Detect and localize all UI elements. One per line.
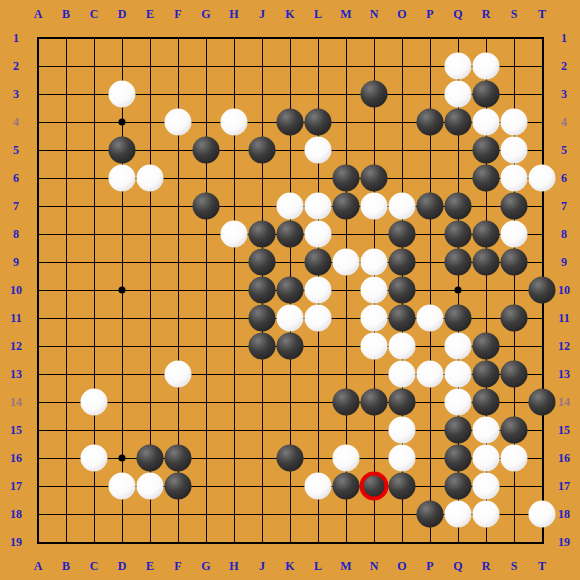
coord-label-T: T bbox=[538, 8, 546, 20]
coord-label-9: 9 bbox=[561, 256, 567, 268]
white-stone-Q3[interactable] bbox=[445, 81, 472, 108]
coord-label-S: S bbox=[511, 8, 518, 20]
white-stone-E17[interactable] bbox=[137, 473, 164, 500]
coord-label-15: 15 bbox=[10, 424, 22, 436]
white-stone-D17[interactable] bbox=[109, 473, 136, 500]
coord-label-F: F bbox=[174, 560, 181, 572]
black-stone-K8[interactable] bbox=[277, 221, 304, 248]
black-stone-Q11[interactable] bbox=[445, 305, 472, 332]
black-stone-S11[interactable] bbox=[501, 305, 528, 332]
last-move-marker bbox=[360, 472, 389, 501]
white-stone-O16[interactable] bbox=[389, 445, 416, 472]
white-stone-F4[interactable] bbox=[165, 109, 192, 136]
white-stone-R16[interactable] bbox=[473, 445, 500, 472]
white-stone-S16[interactable] bbox=[501, 445, 528, 472]
white-stone-R18[interactable] bbox=[473, 501, 500, 528]
white-stone-L11[interactable] bbox=[305, 305, 332, 332]
coord-label-N: N bbox=[370, 8, 379, 20]
coord-label-10: 10 bbox=[558, 284, 570, 296]
black-stone-P18[interactable] bbox=[417, 501, 444, 528]
black-stone-S15[interactable] bbox=[501, 417, 528, 444]
white-stone-N12[interactable] bbox=[361, 333, 388, 360]
coord-label-1: 1 bbox=[561, 32, 567, 44]
black-stone-K4[interactable] bbox=[277, 109, 304, 136]
white-stone-C16[interactable] bbox=[81, 445, 108, 472]
black-stone-Q9[interactable] bbox=[445, 249, 472, 276]
black-stone-P7[interactable] bbox=[417, 193, 444, 220]
black-stone-Q16[interactable] bbox=[445, 445, 472, 472]
star-point-D10 bbox=[119, 287, 126, 294]
white-stone-T6[interactable] bbox=[529, 165, 556, 192]
black-stone-G7[interactable] bbox=[193, 193, 220, 220]
black-stone-F16[interactable] bbox=[165, 445, 192, 472]
coord-label-8: 8 bbox=[13, 228, 19, 240]
black-stone-K10[interactable] bbox=[277, 277, 304, 304]
black-stone-M7[interactable] bbox=[333, 193, 360, 220]
black-stone-L4[interactable] bbox=[305, 109, 332, 136]
black-stone-R8[interactable] bbox=[473, 221, 500, 248]
white-stone-Q12[interactable] bbox=[445, 333, 472, 360]
star-point-Q10 bbox=[455, 287, 462, 294]
coord-label-9: 9 bbox=[13, 256, 19, 268]
black-stone-S9[interactable] bbox=[501, 249, 528, 276]
coord-label-M: M bbox=[340, 8, 351, 20]
black-stone-M6[interactable] bbox=[333, 165, 360, 192]
coord-label-E: E bbox=[146, 8, 154, 20]
black-stone-T10[interactable] bbox=[529, 277, 556, 304]
coord-label-12: 12 bbox=[10, 340, 22, 352]
coord-label-Q: Q bbox=[453, 560, 462, 572]
white-stone-M9[interactable] bbox=[333, 249, 360, 276]
white-stone-D6[interactable] bbox=[109, 165, 136, 192]
black-stone-F17[interactable] bbox=[165, 473, 192, 500]
white-stone-L7[interactable] bbox=[305, 193, 332, 220]
white-stone-R15[interactable] bbox=[473, 417, 500, 444]
coord-label-J: J bbox=[259, 560, 265, 572]
black-stone-N14[interactable] bbox=[361, 389, 388, 416]
white-stone-P11[interactable] bbox=[417, 305, 444, 332]
coord-label-D: D bbox=[118, 8, 127, 20]
coord-label-3: 3 bbox=[13, 88, 19, 100]
white-stone-L8[interactable] bbox=[305, 221, 332, 248]
white-stone-R17[interactable] bbox=[473, 473, 500, 500]
white-stone-R4[interactable] bbox=[473, 109, 500, 136]
white-stone-F13[interactable] bbox=[165, 361, 192, 388]
white-stone-N9[interactable] bbox=[361, 249, 388, 276]
coord-label-18: 18 bbox=[10, 508, 22, 520]
white-stone-R2[interactable] bbox=[473, 53, 500, 80]
coord-label-12: 12 bbox=[558, 340, 570, 352]
coord-label-4: 4 bbox=[561, 116, 567, 128]
coord-label-11: 11 bbox=[10, 312, 21, 324]
white-stone-P13[interactable] bbox=[417, 361, 444, 388]
white-stone-K11[interactable] bbox=[277, 305, 304, 332]
black-stone-M14[interactable] bbox=[333, 389, 360, 416]
coord-label-N: N bbox=[370, 560, 379, 572]
white-stone-N11[interactable] bbox=[361, 305, 388, 332]
coord-label-2: 2 bbox=[13, 60, 19, 72]
coord-label-10: 10 bbox=[10, 284, 22, 296]
coord-label-14: 14 bbox=[558, 396, 570, 408]
black-stone-R14[interactable] bbox=[473, 389, 500, 416]
coord-label-5: 5 bbox=[13, 144, 19, 156]
white-stone-S6[interactable] bbox=[501, 165, 528, 192]
black-stone-O10[interactable] bbox=[389, 277, 416, 304]
black-stone-E16[interactable] bbox=[137, 445, 164, 472]
coord-label-B: B bbox=[62, 560, 70, 572]
star-point-D4 bbox=[119, 119, 126, 126]
coord-label-A: A bbox=[34, 560, 43, 572]
black-stone-O17[interactable] bbox=[389, 473, 416, 500]
coord-label-G: G bbox=[201, 560, 210, 572]
white-stone-Q18[interactable] bbox=[445, 501, 472, 528]
coord-label-18: 18 bbox=[558, 508, 570, 520]
black-stone-J9[interactable] bbox=[249, 249, 276, 276]
black-stone-Q4[interactable] bbox=[445, 109, 472, 136]
white-stone-T18[interactable] bbox=[529, 501, 556, 528]
white-stone-O13[interactable] bbox=[389, 361, 416, 388]
coord-label-19: 19 bbox=[10, 536, 22, 548]
white-stone-E6[interactable] bbox=[137, 165, 164, 192]
coord-label-16: 16 bbox=[10, 452, 22, 464]
coord-label-H: H bbox=[229, 560, 238, 572]
coord-label-4: 4 bbox=[13, 116, 19, 128]
coord-label-S: S bbox=[511, 560, 518, 572]
black-stone-R13[interactable] bbox=[473, 361, 500, 388]
coord-label-E: E bbox=[146, 560, 154, 572]
coord-label-M: M bbox=[340, 560, 351, 572]
black-stone-T14[interactable] bbox=[529, 389, 556, 416]
coord-label-F: F bbox=[174, 8, 181, 20]
black-stone-J12[interactable] bbox=[249, 333, 276, 360]
coord-label-5: 5 bbox=[561, 144, 567, 156]
black-stone-D5[interactable] bbox=[109, 137, 136, 164]
white-stone-L5[interactable] bbox=[305, 137, 332, 164]
white-stone-N10[interactable] bbox=[361, 277, 388, 304]
black-stone-K12[interactable] bbox=[277, 333, 304, 360]
black-stone-J10[interactable] bbox=[249, 277, 276, 304]
coord-label-17: 17 bbox=[558, 480, 570, 492]
white-stone-Q13[interactable] bbox=[445, 361, 472, 388]
black-stone-O14[interactable] bbox=[389, 389, 416, 416]
white-stone-S5[interactable] bbox=[501, 137, 528, 164]
black-stone-J5[interactable] bbox=[249, 137, 276, 164]
coord-label-H: H bbox=[229, 8, 238, 20]
black-stone-S13[interactable] bbox=[501, 361, 528, 388]
white-stone-L10[interactable] bbox=[305, 277, 332, 304]
coord-label-T: T bbox=[538, 560, 546, 572]
coord-label-3: 3 bbox=[561, 88, 567, 100]
coord-label-K: K bbox=[285, 8, 294, 20]
black-stone-M17[interactable] bbox=[333, 473, 360, 500]
white-stone-H4[interactable] bbox=[221, 109, 248, 136]
coord-label-Q: Q bbox=[453, 8, 462, 20]
coord-label-15: 15 bbox=[558, 424, 570, 436]
black-stone-S7[interactable] bbox=[501, 193, 528, 220]
black-stone-K16[interactable] bbox=[277, 445, 304, 472]
black-stone-N3[interactable] bbox=[361, 81, 388, 108]
black-stone-R6[interactable] bbox=[473, 165, 500, 192]
coord-label-R: R bbox=[482, 560, 491, 572]
coord-label-P: P bbox=[426, 8, 433, 20]
coord-label-P: P bbox=[426, 560, 433, 572]
coord-label-13: 13 bbox=[10, 368, 22, 380]
coord-label-2: 2 bbox=[561, 60, 567, 72]
white-stone-S8[interactable] bbox=[501, 221, 528, 248]
white-stone-S4[interactable] bbox=[501, 109, 528, 136]
black-stone-O11[interactable] bbox=[389, 305, 416, 332]
coord-label-7: 7 bbox=[13, 200, 19, 212]
coord-label-6: 6 bbox=[561, 172, 567, 184]
black-stone-Q7[interactable] bbox=[445, 193, 472, 220]
coord-label-L: L bbox=[314, 560, 322, 572]
white-stone-H8[interactable] bbox=[221, 221, 248, 248]
coord-label-8: 8 bbox=[561, 228, 567, 240]
coord-label-C: C bbox=[90, 8, 99, 20]
white-stone-O12[interactable] bbox=[389, 333, 416, 360]
coord-label-1: 1 bbox=[13, 32, 19, 44]
white-stone-O7[interactable] bbox=[389, 193, 416, 220]
white-stone-Q14[interactable] bbox=[445, 389, 472, 416]
coord-label-17: 17 bbox=[10, 480, 22, 492]
coord-label-A: A bbox=[34, 8, 43, 20]
coord-label-B: B bbox=[62, 8, 70, 20]
coord-label-J: J bbox=[259, 8, 265, 20]
black-stone-R5[interactable] bbox=[473, 137, 500, 164]
coord-label-14: 14 bbox=[10, 396, 22, 408]
coord-label-11: 11 bbox=[558, 312, 569, 324]
black-stone-J8[interactable] bbox=[249, 221, 276, 248]
coord-label-L: L bbox=[314, 8, 322, 20]
white-stone-L17[interactable] bbox=[305, 473, 332, 500]
coord-label-19: 19 bbox=[558, 536, 570, 548]
black-stone-O8[interactable] bbox=[389, 221, 416, 248]
black-stone-R3[interactable] bbox=[473, 81, 500, 108]
star-point-D16 bbox=[119, 455, 126, 462]
black-stone-R9[interactable] bbox=[473, 249, 500, 276]
black-stone-Q17[interactable] bbox=[445, 473, 472, 500]
black-stone-O9[interactable] bbox=[389, 249, 416, 276]
coord-label-6: 6 bbox=[13, 172, 19, 184]
white-stone-O15[interactable] bbox=[389, 417, 416, 444]
black-stone-P4[interactable] bbox=[417, 109, 444, 136]
white-stone-C14[interactable] bbox=[81, 389, 108, 416]
coord-label-C: C bbox=[90, 560, 99, 572]
black-stone-L9[interactable] bbox=[305, 249, 332, 276]
white-stone-N7[interactable] bbox=[361, 193, 388, 220]
coord-label-16: 16 bbox=[558, 452, 570, 464]
white-stone-M16[interactable] bbox=[333, 445, 360, 472]
black-stone-G5[interactable] bbox=[193, 137, 220, 164]
coord-label-G: G bbox=[201, 8, 210, 20]
coord-label-O: O bbox=[397, 8, 406, 20]
white-stone-D3[interactable] bbox=[109, 81, 136, 108]
black-stone-R12[interactable] bbox=[473, 333, 500, 360]
coord-label-K: K bbox=[285, 560, 294, 572]
go-board[interactable]: AABBCCDDEEFFGGHHJJKKLLMMNNOOPPQQRRSSTT11… bbox=[0, 0, 580, 580]
white-stone-K7[interactable] bbox=[277, 193, 304, 220]
coord-label-7: 7 bbox=[561, 200, 567, 212]
black-stone-J11[interactable] bbox=[249, 305, 276, 332]
coord-label-D: D bbox=[118, 560, 127, 572]
black-stone-N6[interactable] bbox=[361, 165, 388, 192]
black-stone-Q15[interactable] bbox=[445, 417, 472, 444]
coord-label-13: 13 bbox=[558, 368, 570, 380]
coord-label-O: O bbox=[397, 560, 406, 572]
black-stone-Q8[interactable] bbox=[445, 221, 472, 248]
white-stone-Q2[interactable] bbox=[445, 53, 472, 80]
coord-label-R: R bbox=[482, 8, 491, 20]
